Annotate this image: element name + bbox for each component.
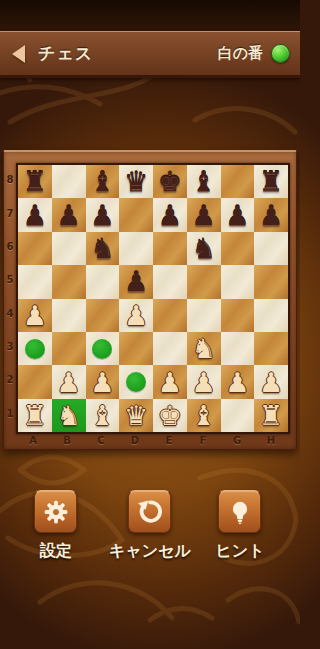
square-d7[interactable] (119, 198, 153, 231)
black-pawn[interactable]: ♟ (225, 199, 249, 232)
square-d8[interactable]: ♛ (119, 165, 153, 198)
square-f1[interactable]: ♝ (187, 399, 221, 432)
square-b4[interactable] (52, 299, 86, 332)
square-d3[interactable] (119, 332, 153, 365)
square-g7[interactable]: ♟ (221, 198, 255, 231)
rank-label-8: 8 (4, 163, 16, 196)
square-b1[interactable]: ♞ (52, 399, 86, 432)
chess-board: 87654321 ♜♝♛♚♝♜♟♟♟♟♟♟♟♞♞♟♟♟♞♟♟♟♟♟♟♜♞♝♛♚♝… (3, 150, 297, 450)
rank-label-6: 6 (4, 230, 16, 263)
white-pawn[interactable]: ♟ (259, 366, 283, 399)
cancel-button[interactable] (128, 490, 171, 533)
square-f5[interactable] (187, 265, 221, 298)
cancel-label: キャンセル (96, 541, 204, 562)
black-pawn[interactable]: ♟ (192, 199, 216, 232)
black-king[interactable]: ♚ (158, 165, 182, 198)
black-bishop[interactable]: ♝ (90, 165, 114, 198)
white-pawn[interactable]: ♟ (124, 299, 148, 332)
settings-label: 設定 (16, 541, 96, 562)
file-label-e: E (152, 433, 186, 449)
black-knight[interactable]: ♞ (90, 232, 114, 265)
file-label-c: C (84, 433, 118, 449)
white-pawn[interactable]: ♟ (57, 366, 81, 399)
white-bishop[interactable]: ♝ (90, 399, 114, 432)
square-d5[interactable]: ♟ (119, 265, 153, 298)
square-d1[interactable]: ♛ (119, 399, 153, 432)
move-hint-dot[interactable] (25, 339, 45, 359)
back-icon[interactable] (12, 45, 25, 63)
square-f6[interactable]: ♞ (187, 232, 221, 265)
black-pawn[interactable]: ♟ (259, 199, 283, 232)
square-e3[interactable] (153, 332, 187, 365)
square-g1[interactable] (221, 399, 255, 432)
turn-status-orb (271, 44, 290, 63)
square-g3[interactable] (221, 332, 255, 365)
move-hint-dot[interactable] (126, 372, 146, 392)
settings-button[interactable] (34, 490, 77, 533)
square-f7[interactable]: ♟ (187, 198, 221, 231)
square-f4[interactable] (187, 299, 221, 332)
file-label-b: B (50, 433, 84, 449)
white-pawn[interactable]: ♟ (90, 366, 114, 399)
square-e6[interactable] (153, 232, 187, 265)
square-d2[interactable] (119, 365, 153, 398)
square-h8[interactable]: ♜ (254, 165, 288, 198)
undo-icon (136, 498, 163, 525)
black-pawn[interactable]: ♟ (57, 199, 81, 232)
square-f2[interactable]: ♟ (187, 365, 221, 398)
square-f8[interactable]: ♝ (187, 165, 221, 198)
white-pawn[interactable]: ♟ (192, 366, 216, 399)
black-rook[interactable]: ♜ (259, 165, 283, 198)
white-queen[interactable]: ♛ (124, 399, 148, 432)
square-a5[interactable] (18, 265, 52, 298)
status-bar-area (0, 0, 300, 31)
square-b7[interactable]: ♟ (52, 198, 86, 231)
square-h6[interactable] (254, 232, 288, 265)
black-rook[interactable]: ♜ (23, 165, 47, 198)
navigation-bar: チェス 白の番 (0, 31, 300, 78)
square-c3[interactable] (86, 332, 120, 365)
square-e2[interactable]: ♟ (153, 365, 187, 398)
square-h7[interactable]: ♟ (254, 198, 288, 231)
black-pawn[interactable]: ♟ (124, 265, 148, 298)
square-b5[interactable] (52, 265, 86, 298)
square-b3[interactable] (52, 332, 86, 365)
square-e4[interactable] (153, 299, 187, 332)
turn-indicator: 白の番 (218, 44, 290, 63)
black-bishop[interactable]: ♝ (192, 165, 216, 198)
rank-labels: 87654321 (4, 163, 16, 430)
square-a6[interactable] (18, 232, 52, 265)
white-pawn[interactable]: ♟ (158, 366, 182, 399)
black-pawn[interactable]: ♟ (23, 199, 47, 232)
square-e8[interactable]: ♚ (153, 165, 187, 198)
square-c7[interactable]: ♟ (86, 198, 120, 231)
rank-label-1: 1 (4, 397, 16, 430)
square-a3[interactable] (18, 332, 52, 365)
square-g8[interactable] (221, 165, 255, 198)
white-king[interactable]: ♚ (158, 399, 182, 432)
square-c4[interactable] (86, 299, 120, 332)
black-queen[interactable]: ♛ (124, 165, 148, 198)
square-c2[interactable]: ♟ (86, 365, 120, 398)
rank-label-4: 4 (4, 297, 16, 330)
file-label-a: A (16, 433, 50, 449)
white-rook[interactable]: ♜ (259, 399, 283, 432)
file-label-g: G (220, 433, 254, 449)
square-h5[interactable] (254, 265, 288, 298)
hint-label: ヒント (198, 541, 282, 562)
square-h2[interactable]: ♟ (254, 365, 288, 398)
square-b2[interactable]: ♟ (52, 365, 86, 398)
white-knight[interactable]: ♞ (192, 332, 216, 365)
black-pawn[interactable]: ♟ (90, 199, 114, 232)
square-h1[interactable]: ♜ (254, 399, 288, 432)
square-h4[interactable] (254, 299, 288, 332)
square-a4[interactable]: ♟ (18, 299, 52, 332)
turn-label: 白の番 (218, 44, 263, 63)
square-g2[interactable]: ♟ (221, 365, 255, 398)
square-e5[interactable] (153, 265, 187, 298)
square-c5[interactable] (86, 265, 120, 298)
square-d6[interactable] (119, 232, 153, 265)
square-a8[interactable]: ♜ (18, 165, 52, 198)
square-c6[interactable]: ♞ (86, 232, 120, 265)
square-a1[interactable]: ♜ (18, 399, 52, 432)
square-g5[interactable] (221, 265, 255, 298)
square-e1[interactable]: ♚ (153, 399, 187, 432)
file-labels: ABCDEFGH (16, 433, 288, 449)
square-g4[interactable] (221, 299, 255, 332)
square-d4[interactable]: ♟ (119, 299, 153, 332)
white-knight[interactable]: ♞ (57, 399, 81, 432)
white-bishop[interactable]: ♝ (192, 399, 216, 432)
square-e7[interactable]: ♟ (153, 198, 187, 231)
board-squares: ♜♝♛♚♝♜♟♟♟♟♟♟♟♞♞♟♟♟♞♟♟♟♟♟♟♜♞♝♛♚♝♜ (16, 163, 290, 434)
gear-icon (43, 499, 69, 525)
white-pawn[interactable]: ♟ (225, 366, 249, 399)
square-b6[interactable] (52, 232, 86, 265)
page-title: チェス (38, 42, 93, 65)
hint-button[interactable] (218, 490, 261, 533)
move-hint-dot[interactable] (92, 339, 112, 359)
file-label-h: H (254, 433, 288, 449)
file-label-d: D (118, 433, 152, 449)
rank-label-3: 3 (4, 330, 16, 363)
file-label-f: F (186, 433, 220, 449)
lightbulb-icon (227, 499, 253, 525)
square-g6[interactable] (221, 232, 255, 265)
white-rook[interactable]: ♜ (23, 399, 47, 432)
white-pawn[interactable]: ♟ (23, 299, 47, 332)
rank-label-5: 5 (4, 263, 16, 296)
square-b8[interactable] (52, 165, 86, 198)
black-knight[interactable]: ♞ (192, 232, 216, 265)
square-a2[interactable] (18, 365, 52, 398)
square-c1[interactable]: ♝ (86, 399, 120, 432)
square-c8[interactable]: ♝ (86, 165, 120, 198)
rank-label-2: 2 (4, 363, 16, 396)
rank-label-7: 7 (4, 196, 16, 229)
square-h3[interactable] (254, 332, 288, 365)
black-pawn[interactable]: ♟ (158, 199, 182, 232)
square-f3[interactable]: ♞ (187, 332, 221, 365)
square-a7[interactable]: ♟ (18, 198, 52, 231)
